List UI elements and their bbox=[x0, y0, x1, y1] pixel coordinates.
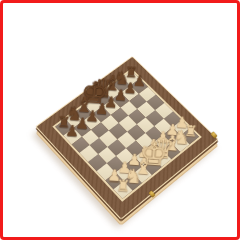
board-grid: ♜♟♟♜♞♟♟♞♝♟♟♝♛♟♟♛♚♟♟♚♝♟♟♝♞♟♟♞♜♟♟♜ bbox=[55, 71, 199, 199]
square-h1: ♜ bbox=[114, 181, 133, 198]
product-photo: ♜♟♟♜♞♟♟♞♝♟♟♝♛♟♟♛♚♟♟♚♝♟♟♝♞♟♟♞♜♟♟♜ bbox=[0, 0, 240, 240]
chess-set-scene: ♜♟♟♜♞♟♟♞♝♟♟♝♛♟♟♛♚♟♟♚♝♟♟♝♞♟♟♞♜♟♟♜ bbox=[3, 3, 240, 240]
piece-white-rook: ♜ bbox=[102, 176, 145, 194]
board-frame: ♜♟♟♜♞♟♟♞♝♟♟♝♛♟♟♛♚♟♟♚♝♟♟♝♞♟♟♞♜♟♟♜ bbox=[35, 56, 218, 220]
square-h7: ♟ bbox=[63, 128, 81, 144]
piece-black-pawn: ♟ bbox=[52, 123, 93, 141]
board-play-area: ♜♟♟♜♞♟♟♞♝♟♟♝♛♟♟♛♚♟♟♚♝♟♟♝♞♟♟♞♜♟♟♜ bbox=[52, 68, 201, 201]
